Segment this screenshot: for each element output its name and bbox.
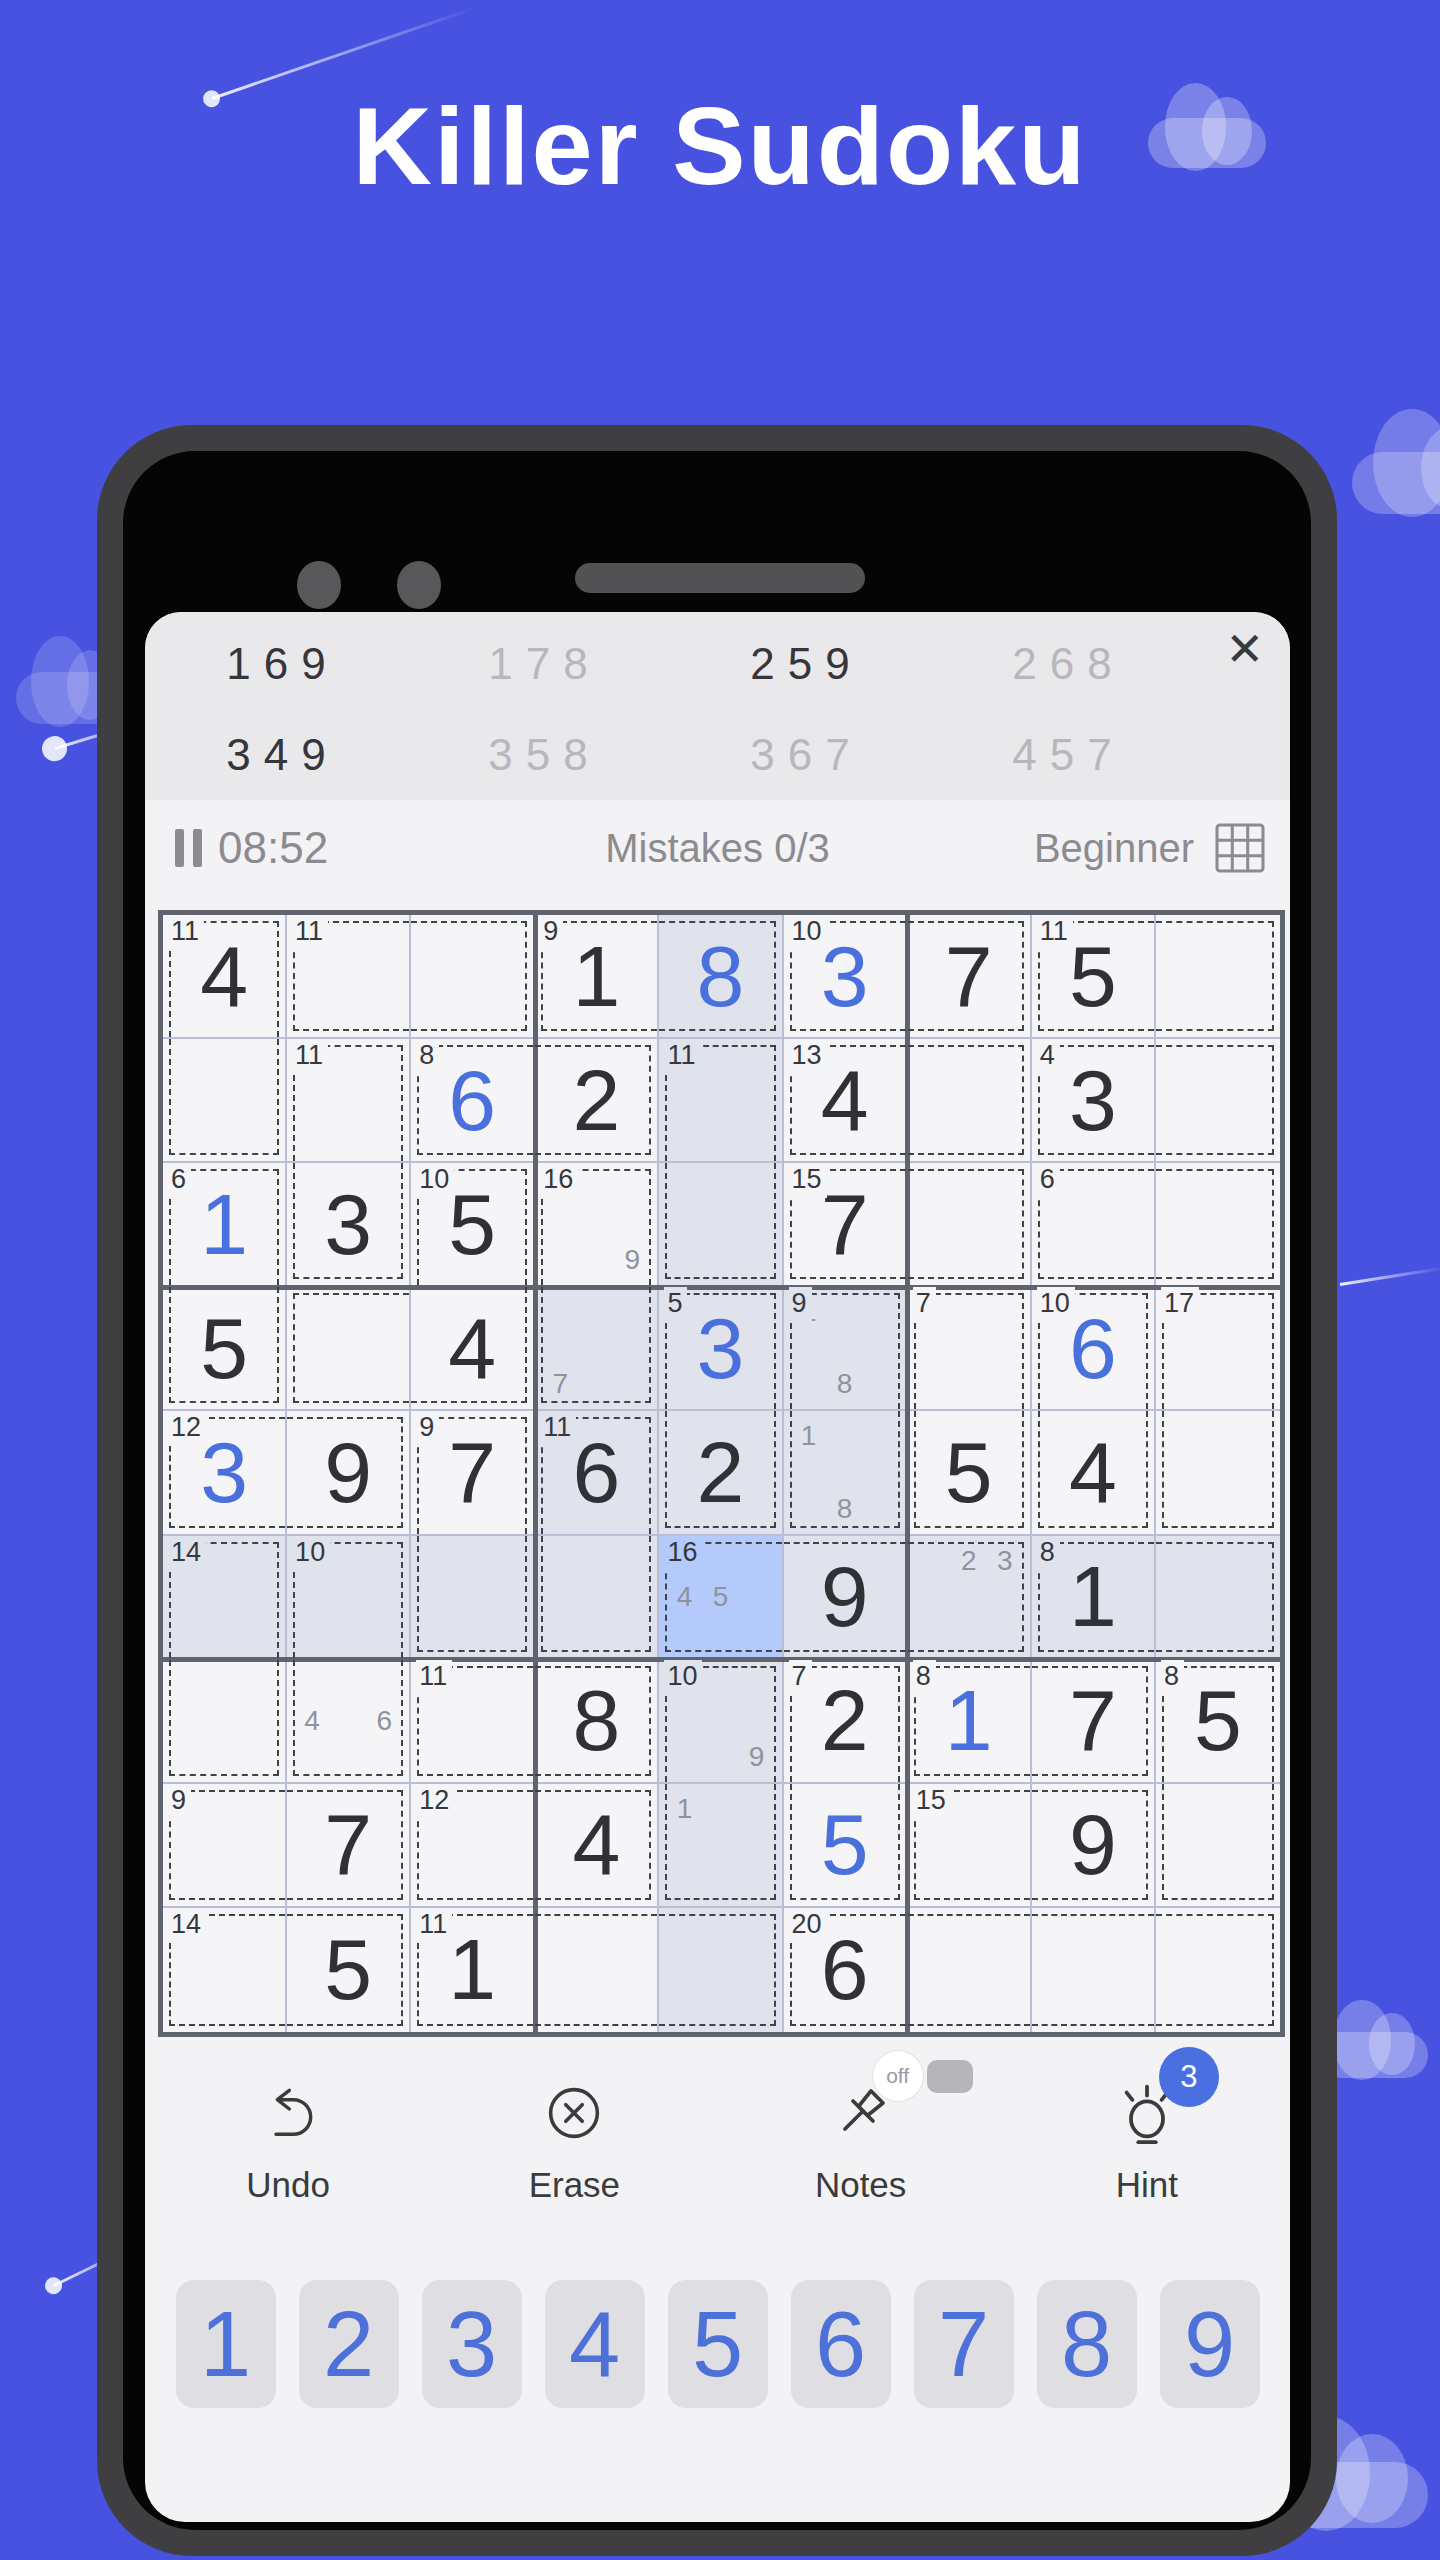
cell-r1c6[interactable]: 103 [784, 915, 908, 1039]
board-grid-icon[interactable] [1214, 822, 1266, 874]
combination-list: 169178259268349358367457 [145, 618, 1193, 800]
cell-r5c7[interactable]: 5 [908, 1411, 1032, 1535]
cell-r5c9[interactable] [1156, 1411, 1280, 1535]
cage-sum: 9 [416, 1411, 439, 1446]
pencil-notes: 23 [915, 1543, 1023, 1651]
cage-sum: 10 [1037, 1287, 1075, 1322]
cell-r9c8[interactable] [1032, 1908, 1156, 2032]
cell-r3c5[interactable] [659, 1163, 783, 1287]
erase-button[interactable]: Erase [431, 2067, 717, 2247]
cell-r1c9[interactable] [1156, 915, 1280, 1039]
cell-r9c6[interactable]: 206 [784, 1908, 908, 2032]
app-screen: 169178259268349358367457 ✕ 08:52 Mistake… [145, 612, 1290, 2522]
cell-r4c7[interactable]: 7 [908, 1287, 1032, 1411]
cage-sum: 7 [789, 1660, 812, 1695]
cell-r7c2[interactable]: 46 [287, 1660, 411, 1784]
cage-border [1156, 921, 1274, 1031]
cell-r6c6[interactable]: 9 [784, 1536, 908, 1660]
cage-sum: 9 [168, 1784, 191, 1819]
cell-r4c8[interactable]: 106 [1032, 1287, 1156, 1411]
cell-r4c3[interactable]: 4 [411, 1287, 535, 1411]
cage-sum: 17 [1161, 1287, 1199, 1322]
cell-r8c2[interactable]: 7 [287, 1784, 411, 1908]
cloud [1352, 452, 1440, 514]
cell-r8c4[interactable]: 4 [535, 1784, 659, 1908]
cell-r6c2[interactable]: 10 [287, 1536, 411, 1660]
cell-r2c9[interactable] [1156, 1039, 1280, 1163]
cell-r2c5[interactable]: 11 [659, 1039, 783, 1163]
numpad-key-8[interactable]: 8 [1037, 2280, 1137, 2408]
cell-r7c3[interactable]: 11 [411, 1660, 535, 1784]
sum-combination: 268 [931, 618, 1193, 709]
cell-r1c3[interactable] [411, 915, 535, 1039]
cell-r5c6[interactable]: 18 [784, 1411, 908, 1535]
cage-sum: 11 [292, 1039, 328, 1074]
cage-border [169, 1039, 279, 1155]
cell-r3c6[interactable]: 157 [784, 1163, 908, 1287]
user-digit: 5 [784, 1784, 906, 1906]
cage-sum: 20 [789, 1908, 827, 1943]
undo-label: Undo [246, 2165, 330, 2205]
cage-sum: 15 [913, 1784, 951, 1819]
given-digit: 5 [287, 1908, 409, 2032]
camera-dot [397, 561, 441, 609]
given-digit: 4 [411, 1287, 533, 1409]
cell-r7c8[interactable]: 7 [1032, 1660, 1156, 1784]
numpad-key-4[interactable]: 4 [545, 2280, 645, 2408]
cell-r1c8[interactable]: 115 [1032, 915, 1156, 1039]
cage-sum: 11 [540, 1411, 576, 1446]
speaker-bar [575, 563, 865, 593]
cage-border [908, 1914, 1030, 2026]
number-pad: 123456789 [145, 2280, 1290, 2408]
cage-border [1156, 1045, 1274, 1155]
cell-r7c4[interactable]: 8 [535, 1660, 659, 1784]
cell-r3c4[interactable]: 169 [535, 1163, 659, 1287]
cell-r2c4[interactable]: 2 [535, 1039, 659, 1163]
cage-sum: 14 [168, 1908, 206, 1943]
cell-r8c5[interactable]: 1 [659, 1784, 783, 1908]
cage-border [1162, 1411, 1274, 1527]
cage-sum: 9 [540, 915, 563, 950]
screenshot-root: Killer Sudoku 169178259268349358367457 ✕… [0, 0, 1440, 2560]
cell-r7c6[interactable]: 72 [784, 1660, 908, 1784]
cell-r2c6[interactable]: 134 [784, 1039, 908, 1163]
cage-sum: 11 [1037, 915, 1073, 950]
cage-sum: 13 [789, 1039, 827, 1074]
cell-r2c8[interactable]: 43 [1032, 1039, 1156, 1163]
hint-bulb-icon: 3 [1101, 2067, 1193, 2159]
cell-r3c1[interactable]: 61 [163, 1163, 287, 1287]
hint-count-badge: 3 [1159, 2047, 1219, 2107]
cell-r6c1[interactable]: 14 [163, 1536, 287, 1660]
undo-button[interactable]: Undo [145, 2067, 431, 2247]
cell-r1c2[interactable]: 11 [287, 915, 411, 1039]
given-digit: 5 [163, 1287, 285, 1409]
cage-border [1156, 1542, 1274, 1652]
cell-r5c4[interactable]: 116 [535, 1411, 659, 1535]
cage-border [411, 921, 527, 1031]
given-digit: 3 [287, 1163, 409, 1285]
cage-border [541, 1536, 651, 1652]
cell-r4c4[interactable]: 7 [535, 1287, 659, 1411]
cage-sum: 11 [292, 915, 328, 950]
cage-border [1162, 1784, 1274, 1900]
numpad-key-9[interactable]: 9 [1160, 2280, 1260, 2408]
given-digit: 7 [287, 1784, 409, 1906]
numpad-key-5[interactable]: 5 [668, 2280, 768, 2408]
cell-r9c1[interactable]: 14 [163, 1908, 287, 2032]
cell-r4c6[interactable]: 918 [784, 1287, 908, 1411]
sum-combination: 178 [407, 618, 669, 709]
sum-combination: 358 [407, 709, 669, 800]
cell-r8c9[interactable] [1156, 1784, 1280, 1908]
cell-r2c3[interactable]: 86 [411, 1039, 535, 1163]
cell-r8c7[interactable]: 15 [908, 1784, 1032, 1908]
given-digit: 2 [535, 1039, 657, 1161]
given-digit: 2 [659, 1411, 781, 1533]
cage-sum: 16 [664, 1536, 702, 1571]
hint-label: Hint [1116, 2165, 1178, 2205]
board-grid: 1141191810371151186211134436131051691576… [163, 915, 1280, 2032]
cage-sum: 10 [664, 1660, 702, 1695]
cage-border [535, 1914, 657, 2026]
erase-label: Erase [529, 2165, 620, 2205]
sum-combination: 259 [669, 618, 931, 709]
cage-sum: 11 [664, 1039, 700, 1074]
cell-r7c5[interactable]: 109 [659, 1660, 783, 1784]
cage-border [665, 1163, 775, 1279]
numpad-key-3[interactable]: 3 [422, 2280, 522, 2408]
cage-sum: 5 [664, 1287, 687, 1322]
user-digit: 8 [659, 915, 781, 1037]
cage-sum: 15 [789, 1163, 827, 1198]
cell-r6c3[interactable] [411, 1536, 535, 1660]
cage-sum: 8 [913, 1660, 936, 1695]
cell-r6c4[interactable] [535, 1536, 659, 1660]
cage-sum: 4 [1037, 1039, 1060, 1074]
cell-r4c2[interactable] [287, 1287, 411, 1411]
numpad-key-1[interactable]: 1 [176, 2280, 276, 2408]
given-digit: 7 [1032, 1660, 1154, 1782]
cell-r2c7[interactable] [908, 1039, 1032, 1163]
game-header: 08:52 Mistakes 0/3 Beginner [145, 800, 1290, 896]
pencil-notes: 1 [666, 1791, 774, 1899]
given-digit: 9 [287, 1411, 409, 1533]
given-digit: 4 [1032, 1411, 1154, 1533]
cage-border [293, 1293, 409, 1403]
numpad-key-2[interactable]: 2 [299, 2280, 399, 2408]
sum-combination: 349 [145, 709, 407, 800]
box-divider [163, 1285, 1280, 1290]
cage-border [1032, 1914, 1154, 2026]
cage-sum: 16 [540, 1163, 578, 1198]
cage-border [169, 1660, 279, 1776]
cell-r9c9[interactable] [1156, 1908, 1280, 2032]
cell-r3c3[interactable]: 105 [411, 1163, 535, 1287]
notes-toggle[interactable]: off [873, 2051, 973, 2101]
cage-sum: 6 [1037, 1163, 1060, 1198]
toggle-state-label: off [873, 2051, 923, 2101]
camera-dot [297, 561, 341, 609]
notes-pin-icon: off [815, 2067, 907, 2159]
cell-r9c2[interactable]: 5 [287, 1908, 411, 2032]
pencil-notes: 7 [542, 1294, 650, 1402]
sum-combination: 169 [145, 618, 407, 709]
notes-button[interactable]: off Notes [718, 2067, 1004, 2247]
given-digit: 9 [784, 1536, 906, 1658]
cage-sum: 8 [1037, 1536, 1060, 1571]
cell-r7c9[interactable]: 85 [1156, 1660, 1280, 1784]
cell-r9c3[interactable]: 111 [411, 1908, 535, 2032]
cell-r5c2[interactable]: 9 [287, 1411, 411, 1535]
box-divider [163, 1657, 1280, 1662]
cage-sum: 11 [416, 1660, 452, 1695]
cage-sum: 10 [789, 915, 827, 950]
cage-sum: 7 [913, 1287, 936, 1322]
given-digit: 8 [535, 1660, 657, 1782]
sum-combination: 367 [669, 709, 931, 800]
difficulty-label: Beginner [1034, 826, 1194, 871]
cell-r4c5[interactable]: 53 [659, 1287, 783, 1411]
cell-r1c7[interactable]: 7 [908, 915, 1032, 1039]
cell-r4c1[interactable]: 5 [163, 1287, 287, 1411]
notes-label: Notes [815, 2165, 906, 2205]
cell-r8c1[interactable]: 9 [163, 1784, 287, 1908]
cage-sum: 12 [416, 1784, 454, 1819]
cage-border [908, 1045, 1024, 1155]
cell-r9c5[interactable] [659, 1908, 783, 2032]
cage-sum: 6 [168, 1163, 191, 1198]
cell-r8c3[interactable]: 12 [411, 1784, 535, 1908]
cell-r8c8[interactable]: 9 [1032, 1784, 1156, 1908]
cage-sum: 12 [168, 1411, 206, 1446]
cell-r9c7[interactable] [908, 1908, 1032, 2032]
cell-r9c4[interactable] [535, 1908, 659, 2032]
cage-sum: 14 [168, 1536, 206, 1571]
cell-r2c1[interactable] [163, 1039, 287, 1163]
cage-border [659, 1914, 775, 2026]
cell-r3c7[interactable] [908, 1163, 1032, 1287]
pencil-notes: 18 [791, 1418, 899, 1526]
cage-border [908, 1169, 1024, 1279]
cell-r7c7[interactable]: 81 [908, 1660, 1032, 1784]
pencil-notes: 46 [294, 1667, 402, 1775]
cage-sum: 9 [789, 1287, 812, 1322]
given-digit: 5 [908, 1411, 1030, 1533]
erase-icon [528, 2067, 620, 2159]
sudoku-board: 1141191810371151186211134436131051691576… [158, 910, 1285, 2037]
cell-r6c8[interactable]: 81 [1032, 1536, 1156, 1660]
page-title: Killer Sudoku [0, 82, 1440, 209]
cage-border [417, 1536, 527, 1652]
cage-border [1156, 1169, 1274, 1279]
cell-r5c3[interactable]: 97 [411, 1411, 535, 1535]
cell-r3c9[interactable] [1156, 1163, 1280, 1287]
undo-icon [242, 2067, 334, 2159]
given-digit: 4 [535, 1784, 657, 1906]
numpad-key-6[interactable]: 6 [791, 2280, 891, 2408]
cell-r8c6[interactable]: 5 [784, 1784, 908, 1908]
cage-sum: 11 [416, 1908, 452, 1943]
box-divider [905, 915, 910, 2032]
combinations-panel: 169178259268349358367457 ✕ [145, 612, 1290, 800]
toggle-knob [927, 2060, 973, 2093]
close-icon[interactable]: ✕ [1225, 626, 1264, 672]
cell-r3c2[interactable]: 3 [287, 1163, 411, 1287]
cell-r2c2[interactable]: 11 [287, 1039, 411, 1163]
box-divider [533, 915, 538, 2032]
cell-r5c8[interactable]: 4 [1032, 1411, 1156, 1535]
cage-sum: 8 [416, 1039, 439, 1074]
cage-border [1156, 1914, 1274, 2026]
given-digit: 9 [1032, 1784, 1154, 1906]
cage-sum: 10 [292, 1536, 330, 1571]
cell-r1c5[interactable]: 8 [659, 915, 783, 1039]
cell-r5c1[interactable]: 123 [163, 1411, 287, 1535]
cell-r4c9[interactable]: 17 [1156, 1287, 1280, 1411]
cell-r6c5[interactable]: 1645 [659, 1536, 783, 1660]
cage-sum: 10 [416, 1163, 454, 1198]
cage-sum: 11 [168, 915, 204, 950]
cell-r7c1[interactable] [163, 1660, 287, 1784]
cell-r6c7[interactable]: 23 [908, 1536, 1032, 1660]
cell-r5c5[interactable]: 2 [659, 1411, 783, 1535]
cell-r1c4[interactable]: 91 [535, 915, 659, 1039]
hint-button[interactable]: 3 Hint [1004, 2067, 1290, 2247]
numpad-key-7[interactable]: 7 [914, 2280, 1014, 2408]
sum-combination: 457 [931, 709, 1193, 800]
toolbar: Undo Erase [145, 2067, 1290, 2247]
cell-r6c9[interactable] [1156, 1536, 1280, 1660]
shooting-star [1340, 1267, 1440, 1286]
cell-r1c1[interactable]: 114 [163, 915, 287, 1039]
given-digit: 7 [908, 915, 1030, 1037]
cell-r3c8[interactable]: 6 [1032, 1163, 1156, 1287]
cage-sum: 8 [1161, 1660, 1184, 1695]
